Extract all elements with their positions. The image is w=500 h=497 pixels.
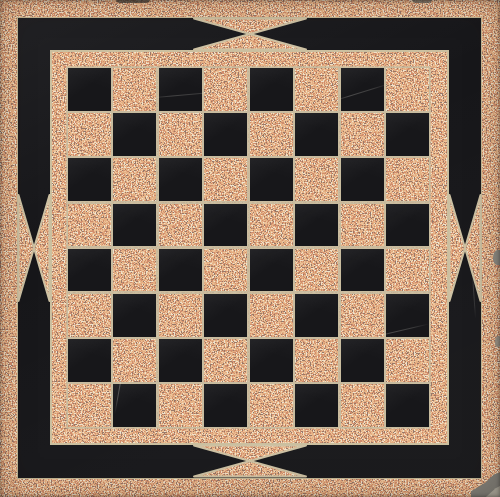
square-a7[interactable]: [68, 113, 111, 156]
square-g6[interactable]: [341, 158, 384, 201]
square-a5[interactable]: [68, 204, 111, 247]
square-c1[interactable]: [159, 384, 202, 427]
square-f3[interactable]: [295, 294, 338, 337]
square-d1[interactable]: [204, 384, 247, 427]
chessboard-grid: [68, 68, 429, 427]
granite-wedge-inner: [34, 195, 50, 301]
square-e6[interactable]: [250, 158, 293, 201]
square-a3[interactable]: [68, 294, 111, 337]
hourglass-inlay-left: [17, 193, 51, 303]
square-g7[interactable]: [341, 113, 384, 156]
square-f6[interactable]: [295, 158, 338, 201]
hourglass-inlay-bottom: [192, 444, 308, 478]
square-e1[interactable]: [250, 384, 293, 427]
square-a2[interactable]: [68, 339, 111, 382]
granite-wedge-outer: [19, 195, 35, 301]
square-a1[interactable]: [68, 384, 111, 427]
square-f2[interactable]: [295, 339, 338, 382]
square-g3[interactable]: [341, 294, 384, 337]
square-e2[interactable]: [250, 339, 293, 382]
granite-wedge-inner: [194, 34, 306, 50]
square-b4[interactable]: [113, 249, 156, 292]
square-c6[interactable]: [159, 158, 202, 201]
square-b3[interactable]: [113, 294, 156, 337]
granite-wedge-outer: [194, 19, 306, 35]
granite-wedge-outer: [194, 461, 306, 477]
square-f8[interactable]: [295, 68, 338, 111]
square-d8[interactable]: [204, 68, 247, 111]
granite-wedge-inner: [194, 446, 306, 462]
square-d4[interactable]: [204, 249, 247, 292]
square-f1[interactable]: [295, 384, 338, 427]
square-d5[interactable]: [204, 204, 247, 247]
square-e5[interactable]: [250, 204, 293, 247]
square-c5[interactable]: [159, 204, 202, 247]
square-d2[interactable]: [204, 339, 247, 382]
square-a4[interactable]: [68, 249, 111, 292]
square-h3[interactable]: [386, 294, 429, 337]
square-b8[interactable]: [113, 68, 156, 111]
square-h5[interactable]: [386, 204, 429, 247]
square-f4[interactable]: [295, 249, 338, 292]
square-d6[interactable]: [204, 158, 247, 201]
granite-wedge-outer: [465, 195, 481, 301]
square-b2[interactable]: [113, 339, 156, 382]
square-e7[interactable]: [250, 113, 293, 156]
square-g5[interactable]: [341, 204, 384, 247]
square-b7[interactable]: [113, 113, 156, 156]
square-e3[interactable]: [250, 294, 293, 337]
square-c7[interactable]: [159, 113, 202, 156]
square-f5[interactable]: [295, 204, 338, 247]
square-e8[interactable]: [250, 68, 293, 111]
square-f7[interactable]: [295, 113, 338, 156]
square-b5[interactable]: [113, 204, 156, 247]
square-g2[interactable]: [341, 339, 384, 382]
square-h2[interactable]: [386, 339, 429, 382]
square-h1[interactable]: [386, 384, 429, 427]
square-d3[interactable]: [204, 294, 247, 337]
square-c8[interactable]: [159, 68, 202, 111]
square-e4[interactable]: [250, 249, 293, 292]
hourglass-inlay-right: [448, 193, 482, 303]
square-g8[interactable]: [341, 68, 384, 111]
hourglass-inlay-top: [192, 17, 308, 51]
square-b1[interactable]: [113, 384, 156, 427]
square-a6[interactable]: [68, 158, 111, 201]
granite-wedge-inner: [450, 195, 466, 301]
square-b6[interactable]: [113, 158, 156, 201]
square-c4[interactable]: [159, 249, 202, 292]
square-h8[interactable]: [386, 68, 429, 111]
square-g4[interactable]: [341, 249, 384, 292]
square-h4[interactable]: [386, 249, 429, 292]
square-g1[interactable]: [341, 384, 384, 427]
square-a8[interactable]: [68, 68, 111, 111]
square-h6[interactable]: [386, 158, 429, 201]
square-h7[interactable]: [386, 113, 429, 156]
square-d7[interactable]: [204, 113, 247, 156]
square-c2[interactable]: [159, 339, 202, 382]
square-c3[interactable]: [159, 294, 202, 337]
stone-chessboard: [0, 0, 500, 497]
